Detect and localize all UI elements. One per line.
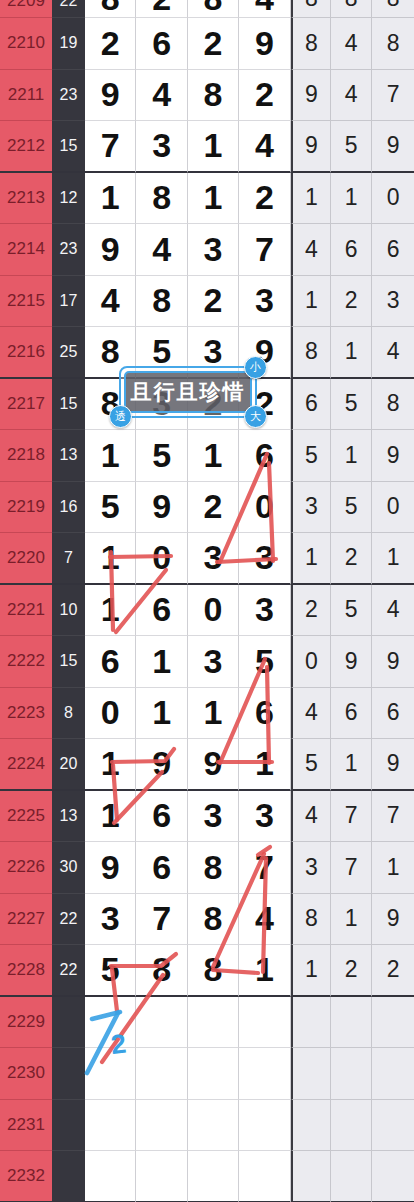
draw-digit-cell: 2 [188,482,239,534]
period-cell: 2231 [0,1100,52,1152]
extra-digit-cell: 5 [331,379,372,431]
draw-digit-cell [188,1151,239,1202]
draw-digit-cell: 1 [136,688,187,740]
extra-digit-cell: 1 [331,327,372,379]
draw-digit-cell [239,997,290,1049]
draw-digit-cell: 1 [188,173,239,225]
draw-digit-cell: 0 [239,482,290,534]
draw-digit-cell: 7 [239,842,290,894]
draw-digit-cell [188,997,239,1049]
extra-digit-cell: 1 [331,739,372,791]
draw-digit-cell: 3 [239,533,290,585]
chart-row-2222: 2222156135099 [0,636,414,688]
draw-digit-cell: 7 [136,894,187,946]
draw-digit-cell [239,1048,290,1100]
draw-digit-cell: 2 [85,18,136,70]
draw-digit-cell: 7 [85,121,136,173]
draw-digit-cell: 2 [136,0,187,18]
period-cell: 2223 [0,688,52,740]
draw-digit-cell: 8 [188,70,239,122]
draw-digit-cell: 5 [85,945,136,997]
draw-digit-cell: 8 [188,894,239,946]
extra-digit-cell [331,1100,372,1152]
chart-row-2230: 2230 [0,1048,414,1100]
sum-cell: 16 [52,482,85,534]
extra-digit-cell: 0 [372,482,414,534]
chart-row-2227: 2227223784819 [0,894,414,946]
chart-row-2225: 2225131633477 [0,791,414,843]
draw-digit-cell [136,1151,187,1202]
chart-row-2221: 2221101603254 [0,585,414,637]
extra-digit-cell [331,997,372,1049]
extra-digit-cell: 1 [331,173,372,225]
extra-digit-cell: 0 [291,636,332,688]
chart-row-2220: 222071033121 [0,533,414,585]
extra-digit-cell: 5 [331,585,372,637]
draw-digit-cell: 3 [239,276,290,328]
extra-digit-cell: 8 [372,18,414,70]
sum-cell [52,1048,85,1100]
extra-digit-cell [291,1151,332,1202]
draw-digit-cell: 3 [188,636,239,688]
extra-digit-cell: 5 [291,430,332,482]
sum-cell: 30 [52,842,85,894]
draw-digit-cell: 1 [85,533,136,585]
extra-digit-cell: 7 [372,791,414,843]
draw-digit-cell: 2 [188,18,239,70]
extra-digit-cell [291,1048,332,1100]
draw-digit-cell: 1 [188,688,239,740]
extra-digit-cell: 6 [372,224,414,276]
draw-digit-cell: 6 [136,585,187,637]
chart-row-2218: 2218131516519 [0,430,414,482]
draw-digit-cell: 9 [85,70,136,122]
draw-digit-cell: 8 [136,276,187,328]
chart-row-2214: 2214239437466 [0,224,414,276]
resize-smaller-handle[interactable]: 小 [244,356,267,379]
note-text[interactable]: 且行且珍惜 [124,371,252,413]
extra-digit-cell: 9 [291,70,332,122]
sum-cell: 15 [52,379,85,431]
extra-digit-cell: 4 [291,688,332,740]
draw-digit-cell: 4 [136,70,187,122]
extra-digit-cell: 2 [291,585,332,637]
draw-digit-cell [188,1048,239,1100]
draw-digit-cell: 1 [136,636,187,688]
draw-digit-cell: 3 [188,533,239,585]
extra-digit-cell: 9 [291,121,332,173]
extra-digit-cell [291,997,332,1049]
draw-digit-cell: 3 [239,585,290,637]
draw-digit-cell: 6 [239,430,290,482]
extra-digit-cell: 8 [291,0,332,18]
chart-row-2223: 222380116466 [0,688,414,740]
extra-digit-cell: 1 [331,894,372,946]
extra-digit-cell: 4 [331,18,372,70]
draw-digit-cell: 8 [188,0,239,18]
sum-cell: 15 [52,636,85,688]
draw-digit-cell: 6 [85,636,136,688]
extra-digit-cell: 9 [372,430,414,482]
period-cell: 2224 [0,739,52,791]
draw-digit-cell: 2 [188,276,239,328]
sum-cell: 23 [52,224,85,276]
sum-cell: 13 [52,430,85,482]
period-cell: 2227 [0,894,52,946]
draw-digit-cell: 9 [188,739,239,791]
extra-digit-cell: 5 [291,739,332,791]
extra-digit-cell: 4 [331,70,372,122]
sum-cell: 12 [52,173,85,225]
sum-cell: 13 [52,791,85,843]
sum-cell: 8 [52,688,85,740]
sum-cell [52,1151,85,1202]
draw-digit-cell [85,1151,136,1202]
draw-digit-cell: 8 [188,842,239,894]
draw-digit-cell: 1 [85,739,136,791]
draw-digit-cell: 1 [239,945,290,997]
sum-cell: 10 [52,585,85,637]
sum-cell: 22 [52,894,85,946]
period-cell: 2220 [0,533,52,585]
extra-digit-cell: 6 [331,688,372,740]
extra-digit-cell: 8 [291,327,332,379]
period-cell: 2214 [0,224,52,276]
draw-digit-cell: 4 [239,894,290,946]
period-cell: 2209 [0,0,52,18]
extra-digit-cell: 4 [291,791,332,843]
draw-digit-cell: 4 [85,276,136,328]
draw-digit-cell: 3 [85,894,136,946]
chart-row-2229: 2229 [0,997,414,1049]
draw-digit-cell [239,1151,290,1202]
extra-digit-cell: 1 [331,430,372,482]
draw-digit-cell [188,1100,239,1152]
sum-cell: 7 [52,533,85,585]
extra-digit-cell [372,1151,414,1202]
extra-digit-cell: 2 [331,533,372,585]
period-cell: 2225 [0,791,52,843]
draw-digit-cell: 0 [188,585,239,637]
chart-row-2224: 2224201991519 [0,739,414,791]
extra-digit-cell: 6 [291,379,332,431]
extra-digit-cell: 2 [372,945,414,997]
period-cell: 2216 [0,327,52,379]
draw-digit-cell: 3 [188,224,239,276]
period-cell: 2232 [0,1151,52,1202]
extra-digit-cell: 8 [331,0,372,18]
draw-digit-cell: 8 [188,945,239,997]
draw-digit-cell: 4 [136,224,187,276]
draw-digit-cell [85,997,136,1049]
draw-digit-cell: 1 [188,121,239,173]
draw-digit-cell: 2 [239,70,290,122]
draw-digit-cell: 8 [136,945,187,997]
draw-digit-cell [85,1048,136,1100]
extra-digit-cell: 8 [372,379,414,431]
extra-digit-cell: 1 [291,945,332,997]
period-cell: 2230 [0,1048,52,1100]
draw-digit-cell: 9 [136,739,187,791]
extra-digit-cell [372,997,414,1049]
period-cell: 2226 [0,842,52,894]
extra-digit-cell: 4 [291,224,332,276]
chart-row-2226: 2226309687371 [0,842,414,894]
chart-row-2210: 2210192629848 [0,18,414,70]
draw-digit-cell [136,1100,187,1152]
extra-digit-cell: 5 [331,482,372,534]
sum-cell: 22 [52,0,85,18]
draw-digit-cell: 1 [85,585,136,637]
chart-row-2212: 2212157314959 [0,121,414,173]
extra-digit-cell: 6 [331,224,372,276]
extra-digit-cell: 3 [291,482,332,534]
chart-row-2213: 2213121812110 [0,173,414,225]
draw-digit-cell: 5 [85,482,136,534]
extra-digit-cell: 9 [372,739,414,791]
extra-digit-cell: 1 [372,842,414,894]
extra-digit-cell: 9 [372,121,414,173]
extra-digit-cell: 5 [331,121,372,173]
extra-digit-cell: 3 [372,276,414,328]
draw-digit-cell: 7 [239,224,290,276]
extra-digit-cell: 7 [331,842,372,894]
period-cell: 2212 [0,121,52,173]
chart-row-2215: 2215174823123 [0,276,414,328]
draw-digit-cell: 3 [188,791,239,843]
extra-digit-cell [331,1151,372,1202]
extra-digit-cell: 1 [291,533,332,585]
chart-row-2231: 2231 [0,1100,414,1152]
draw-digit-cell [136,997,187,1049]
draw-digit-cell: 4 [239,0,290,18]
draw-digit-cell: 6 [136,791,187,843]
period-cell: 2222 [0,636,52,688]
extra-digit-cell: 2 [331,276,372,328]
period-cell: 2215 [0,276,52,328]
draw-digit-cell: 8 [85,0,136,18]
extra-digit-cell: 9 [372,636,414,688]
period-cell: 2217 [0,379,52,431]
draw-digit-cell: 6 [136,842,187,894]
chart-row-2219: 2219165920350 [0,482,414,534]
period-cell: 2218 [0,430,52,482]
chart-row-2211: 2211239482947 [0,70,414,122]
draw-digit-cell: 1 [85,430,136,482]
extra-digit-cell: 6 [372,688,414,740]
extra-digit-cell: 2 [331,945,372,997]
extra-digit-cell: 8 [372,0,414,18]
board-rows: 2209228284888221019262984822112394829472… [0,0,414,1202]
note-selection-box[interactable]: 且行且珍惜 小 透 大 [119,366,257,418]
period-cell: 2229 [0,997,52,1049]
draw-digit-cell: 1 [85,173,136,225]
extra-digit-cell: 3 [291,842,332,894]
sum-cell: 25 [52,327,85,379]
extra-digit-cell: 7 [372,70,414,122]
chart-row-2209: 2209228284888 [0,0,414,18]
period-cell: 2213 [0,173,52,225]
extra-digit-cell: 0 [372,173,414,225]
extra-digit-cell: 1 [291,276,332,328]
chart-row-2232: 2232 [0,1151,414,1202]
extra-digit-cell: 1 [291,173,332,225]
resize-larger-handle[interactable]: 大 [244,405,267,428]
extra-digit-cell: 8 [291,894,332,946]
extra-digit-cell [331,1048,372,1100]
extra-digit-cell: 7 [331,791,372,843]
extra-digit-cell [291,1100,332,1152]
draw-digit-cell: 4 [239,121,290,173]
extra-digit-cell: 4 [372,327,414,379]
draw-digit-cell [136,1048,187,1100]
draw-digit-cell: 9 [239,18,290,70]
period-cell: 2210 [0,18,52,70]
draw-digit-cell: 6 [239,688,290,740]
sum-cell: 22 [52,945,85,997]
draw-digit-cell: 9 [136,482,187,534]
sum-cell: 17 [52,276,85,328]
draw-digit-cell [85,1100,136,1152]
draw-digit-cell: 1 [239,739,290,791]
draw-digit-cell: 1 [188,430,239,482]
period-cell: 2228 [0,945,52,997]
period-cell: 2221 [0,585,52,637]
sum-cell: 20 [52,739,85,791]
draw-digit-cell: 9 [85,224,136,276]
extra-digit-cell: 4 [372,585,414,637]
draw-digit-cell: 1 [85,791,136,843]
extra-digit-cell: 9 [331,636,372,688]
sum-cell: 23 [52,70,85,122]
transparency-handle[interactable]: 透 [109,405,132,428]
draw-digit-cell [239,1100,290,1152]
draw-digit-cell: 2 [239,173,290,225]
draw-digit-cell: 0 [85,688,136,740]
sum-cell [52,997,85,1049]
extra-digit-cell [372,1048,414,1100]
sum-cell: 15 [52,121,85,173]
draw-digit-cell: 0 [136,533,187,585]
chart-row-2228: 2228225881122 [0,945,414,997]
lottery-trend-chart-screen: 2209228284888221019262984822112394829472… [0,0,414,1202]
draw-digit-cell: 3 [239,791,290,843]
draw-digit-cell: 5 [136,430,187,482]
draw-digit-cell: 3 [136,121,187,173]
draw-digit-cell: 6 [136,18,187,70]
extra-digit-cell: 9 [372,894,414,946]
draw-digit-cell: 5 [239,636,290,688]
extra-digit-cell [372,1100,414,1152]
draw-digit-cell: 9 [85,842,136,894]
period-cell: 2219 [0,482,52,534]
sum-cell: 19 [52,18,85,70]
extra-digit-cell: 8 [291,18,332,70]
extra-digit-cell: 1 [372,533,414,585]
sum-cell [52,1100,85,1152]
draw-digit-cell: 8 [136,173,187,225]
period-cell: 2211 [0,70,52,122]
